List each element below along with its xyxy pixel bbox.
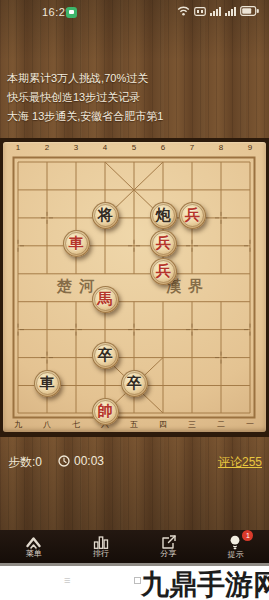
piece-red-chariot[interactable]: 車: [63, 230, 90, 257]
bottom-nav-bar: 菜单 排行 分享 1 提示: [0, 530, 269, 563]
wifi-icon: [177, 6, 190, 16]
banner-line-3: 大海 13步通关,安徽省合肥市第1: [7, 107, 257, 126]
nav-item-menu[interactable]: 菜单: [14, 535, 54, 558]
file-label-2: 八: [43, 419, 51, 430]
col-label-9: 9: [248, 143, 252, 152]
col-label-4: 4: [103, 143, 107, 152]
status-bar: 16:29: [0, 5, 269, 22]
col-label-7: 7: [190, 143, 194, 152]
steps-counter: 步数:0: [8, 454, 42, 471]
bullet-square-icon: [134, 577, 141, 584]
nav-label-share: 分享: [160, 550, 176, 558]
bar-chart-icon: [93, 535, 109, 549]
file-label-5: 五: [130, 419, 138, 430]
file-label-7: 三: [188, 419, 196, 430]
col-label-8: 8: [219, 143, 223, 152]
footer-strip: ≡ 九鼎手游网: [0, 566, 269, 600]
piece-red-general[interactable]: 帥: [92, 398, 119, 425]
nav-label-hint: 提示: [227, 551, 243, 559]
hd-icon: [194, 7, 206, 16]
xiangqi-board[interactable]: 123456789 九八七六五四三二一 楚河 漢界 将炮兵車兵兵馬卒車卒帥: [0, 138, 269, 437]
file-label-3: 七: [72, 419, 80, 430]
col-label-3: 3: [74, 143, 78, 152]
piece-black-general[interactable]: 将: [92, 202, 119, 229]
chevron-up-icon: [25, 535, 42, 549]
piece-black-soldier-2[interactable]: 卒: [121, 370, 148, 397]
signal-icon-sim1: [210, 6, 221, 16]
comments-link[interactable]: 评论255: [218, 454, 262, 471]
announcement-banner: 本期累计3万人挑战,70%过关 快乐最快创造13步过关记录 大海 13步通关,安…: [7, 69, 257, 126]
piece-black-chariot[interactable]: 車: [34, 370, 61, 397]
hamburger-icon: ≡: [64, 574, 70, 586]
nav-label-ranking: 排行: [93, 550, 109, 558]
banner-line-1: 本期累计3万人挑战,70%过关: [7, 69, 257, 88]
banner-line-2: 快乐最快创造13步过关记录: [7, 88, 257, 107]
col-label-1: 1: [16, 143, 20, 152]
piece-red-horse[interactable]: 馬: [92, 286, 119, 313]
site-watermark: 九鼎手游网: [141, 566, 269, 600]
game-status-row: 步数:0 00:03 评论255: [0, 452, 269, 472]
piece-black-soldier-1[interactable]: 卒: [92, 342, 119, 369]
battery-icon: [240, 6, 259, 16]
nav-item-ranking[interactable]: 排行: [81, 535, 121, 558]
file-label-6: 四: [159, 419, 167, 430]
nav-item-hint[interactable]: 1 提示: [215, 535, 255, 559]
piece-red-soldier-3[interactable]: 兵: [150, 258, 177, 285]
nav-item-share[interactable]: 分享: [148, 535, 188, 558]
file-label-9: 一: [246, 419, 254, 430]
share-icon: [160, 535, 176, 549]
hint-badge: 1: [242, 530, 253, 541]
col-label-2: 2: [45, 143, 49, 152]
col-label-5: 5: [132, 143, 136, 152]
file-label-8: 二: [217, 419, 225, 430]
piece-black-cannon[interactable]: 炮: [150, 202, 177, 229]
file-label-1: 九: [14, 419, 22, 430]
clock-icon: [58, 455, 70, 467]
app-screen: 16:29: [0, 0, 269, 600]
timer-value: 00:03: [74, 454, 104, 468]
col-label-6: 6: [161, 143, 165, 152]
nav-label-menu: 菜单: [26, 550, 42, 558]
piece-red-soldier-2[interactable]: 兵: [150, 230, 177, 257]
piece-red-soldier-1[interactable]: 兵: [179, 202, 206, 229]
signal-icon-sim2: [225, 6, 236, 16]
lightbulb-icon: [228, 535, 242, 550]
timer: 00:03: [58, 454, 104, 468]
chat-app-icon: [66, 7, 77, 18]
